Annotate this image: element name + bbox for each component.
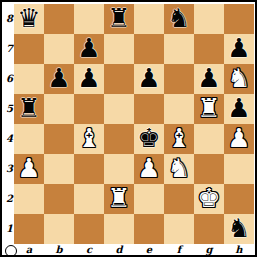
square-g2[interactable]: ♚	[194, 184, 224, 214]
white-pawn[interactable]: ♟	[134, 154, 164, 184]
square-a2[interactable]	[14, 184, 44, 214]
square-h3[interactable]	[224, 154, 254, 184]
file-labels: abcdefgh	[14, 244, 254, 255]
file-label-g: g	[194, 244, 224, 255]
square-g5[interactable]: ♜	[194, 94, 224, 124]
file-label-c: c	[74, 244, 104, 255]
square-d1[interactable]	[104, 214, 134, 244]
white-knight[interactable]: ♞	[164, 154, 194, 184]
square-c4[interactable]: ♝	[74, 124, 104, 154]
square-b2[interactable]	[44, 184, 74, 214]
black-knight[interactable]: ♞	[164, 4, 194, 34]
square-c2[interactable]	[74, 184, 104, 214]
black-pawn[interactable]: ♟	[194, 64, 224, 94]
black-pawn[interactable]: ♟	[224, 34, 254, 64]
rank-label-1: 1	[2, 214, 13, 244]
square-f6[interactable]	[164, 64, 194, 94]
square-g8[interactable]	[194, 4, 224, 34]
square-e3[interactable]: ♟	[134, 154, 164, 184]
file-label-d: d	[104, 244, 134, 255]
white-pawn[interactable]: ♟	[224, 124, 254, 154]
square-e6[interactable]: ♟	[134, 64, 164, 94]
chess-board[interactable]: ♛♜♞♟♟♟♟♟♟♞♜♜♟♝♚♝♟♟♟♞♜♚♞	[14, 4, 254, 244]
rank-label-2: 2	[2, 184, 13, 214]
square-d4[interactable]	[104, 124, 134, 154]
square-c3[interactable]	[74, 154, 104, 184]
file-label-f: f	[164, 244, 194, 255]
square-d3[interactable]	[104, 154, 134, 184]
rank-label-6: 6	[2, 64, 13, 94]
square-f3[interactable]: ♞	[164, 154, 194, 184]
square-g4[interactable]	[194, 124, 224, 154]
square-h5[interactable]: ♟	[224, 94, 254, 124]
square-d5[interactable]	[104, 94, 134, 124]
black-pawn[interactable]: ♟	[134, 64, 164, 94]
square-d8[interactable]: ♜	[104, 4, 134, 34]
rank-labels: 87654321	[2, 4, 14, 244]
square-b3[interactable]	[44, 154, 74, 184]
file-label-h: h	[224, 244, 254, 255]
rank-label-8: 8	[2, 4, 13, 34]
black-queen[interactable]: ♛	[14, 4, 44, 34]
black-pawn[interactable]: ♟	[74, 34, 104, 64]
square-a5[interactable]: ♜	[14, 94, 44, 124]
black-king[interactable]: ♚	[134, 124, 164, 154]
square-b6[interactable]: ♟	[44, 64, 74, 94]
square-f1[interactable]	[164, 214, 194, 244]
square-e5[interactable]	[134, 94, 164, 124]
square-a7[interactable]	[14, 34, 44, 64]
square-e8[interactable]	[134, 4, 164, 34]
square-b7[interactable]	[44, 34, 74, 64]
black-pawn[interactable]: ♟	[74, 64, 104, 94]
square-c8[interactable]	[74, 4, 104, 34]
white-to-move-indicator	[5, 245, 17, 257]
black-rook[interactable]: ♜	[104, 4, 134, 34]
file-label-b: b	[44, 244, 74, 255]
square-a3[interactable]: ♟	[14, 154, 44, 184]
square-h8[interactable]	[224, 4, 254, 34]
white-rook[interactable]: ♜	[194, 94, 224, 124]
square-d7[interactable]	[104, 34, 134, 64]
square-e1[interactable]	[134, 214, 164, 244]
square-f7[interactable]	[164, 34, 194, 64]
square-g7[interactable]	[194, 34, 224, 64]
square-f4[interactable]: ♝	[164, 124, 194, 154]
square-e7[interactable]	[134, 34, 164, 64]
white-bishop[interactable]: ♝	[164, 124, 194, 154]
white-knight[interactable]: ♞	[224, 64, 254, 94]
square-g6[interactable]: ♟	[194, 64, 224, 94]
square-e4[interactable]: ♚	[134, 124, 164, 154]
white-pawn[interactable]: ♟	[14, 154, 44, 184]
white-king[interactable]: ♚	[194, 184, 224, 214]
square-a6[interactable]	[14, 64, 44, 94]
file-label-a: a	[14, 244, 44, 255]
square-e2[interactable]	[134, 184, 164, 214]
rank-label-7: 7	[2, 34, 13, 64]
square-f5[interactable]	[164, 94, 194, 124]
square-c5[interactable]	[74, 94, 104, 124]
white-rook[interactable]: ♜	[104, 184, 134, 214]
square-b5[interactable]	[44, 94, 74, 124]
black-pawn[interactable]: ♟	[44, 64, 74, 94]
square-g1[interactable]	[194, 214, 224, 244]
square-c1[interactable]	[74, 214, 104, 244]
square-b4[interactable]	[44, 124, 74, 154]
square-f8[interactable]: ♞	[164, 4, 194, 34]
square-d2[interactable]: ♜	[104, 184, 134, 214]
square-b8[interactable]	[44, 4, 74, 34]
square-b1[interactable]	[44, 214, 74, 244]
square-d6[interactable]	[104, 64, 134, 94]
black-rook[interactable]: ♜	[14, 94, 44, 124]
square-h2[interactable]	[224, 184, 254, 214]
file-label-e: e	[134, 244, 164, 255]
rank-label-3: 3	[2, 154, 13, 184]
black-knight[interactable]: ♞	[224, 214, 254, 244]
square-a1[interactable]	[14, 214, 44, 244]
chess-diagram: 87654321 ♛♜♞♟♟♟♟♟♟♞♜♜♟♝♚♝♟♟♟♞♜♚♞ abcdefg…	[0, 0, 257, 257]
black-pawn[interactable]: ♟	[224, 94, 254, 124]
square-a8[interactable]: ♛	[14, 4, 44, 34]
rank-label-4: 4	[2, 124, 13, 154]
white-bishop[interactable]: ♝	[74, 124, 104, 154]
square-g3[interactable]	[194, 154, 224, 184]
rank-label-5: 5	[2, 94, 13, 124]
square-h4[interactable]: ♟	[224, 124, 254, 154]
square-c6[interactable]: ♟	[74, 64, 104, 94]
square-a4[interactable]	[14, 124, 44, 154]
square-f2[interactable]	[164, 184, 194, 214]
square-h7[interactable]: ♟	[224, 34, 254, 64]
square-h1[interactable]: ♞	[224, 214, 254, 244]
square-h6[interactable]: ♞	[224, 64, 254, 94]
square-c7[interactable]: ♟	[74, 34, 104, 64]
